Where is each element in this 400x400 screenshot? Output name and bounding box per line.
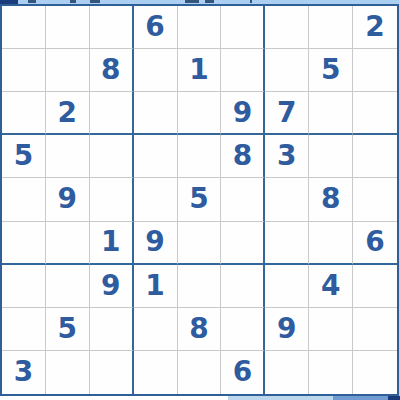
cell-r9c1[interactable]: 3 — [2, 351, 46, 394]
cell-r9c2[interactable] — [46, 351, 90, 394]
cell-r3c3[interactable] — [90, 92, 134, 135]
cell-r6c3[interactable]: 1 — [90, 222, 134, 265]
cell-r6c9[interactable]: 6 — [353, 222, 397, 265]
cell-r4c8[interactable] — [309, 135, 353, 178]
cell-r8c6[interactable] — [221, 308, 265, 351]
cell-r6c8[interactable] — [309, 222, 353, 265]
cell-r6c1[interactable] — [2, 222, 46, 265]
cell-r7c7[interactable] — [265, 265, 309, 308]
cell-r4c3[interactable] — [90, 135, 134, 178]
cell-r1c8[interactable] — [309, 6, 353, 49]
cell-r9c3[interactable] — [90, 351, 134, 394]
cell-r3c6[interactable]: 9 — [221, 92, 265, 135]
cell-r2c4[interactable] — [134, 49, 178, 92]
cell-r2c9[interactable] — [353, 49, 397, 92]
cell-r8c2[interactable]: 5 — [46, 308, 90, 351]
cell-r5c2[interactable]: 9 — [46, 178, 90, 221]
cell-r7c6[interactable] — [221, 265, 265, 308]
cell-r8c4[interactable] — [134, 308, 178, 351]
cell-r7c3[interactable]: 9 — [90, 265, 134, 308]
cell-r1c5[interactable] — [178, 6, 222, 49]
cell-r2c2[interactable] — [46, 49, 90, 92]
sudoku-grid: 6281529758395819691458936 — [0, 4, 399, 396]
cell-r8c5[interactable]: 8 — [178, 308, 222, 351]
cell-r4c7[interactable]: 3 — [265, 135, 309, 178]
cell-r5c3[interactable] — [90, 178, 134, 221]
cell-r2c8[interactable]: 5 — [309, 49, 353, 92]
cell-r5c9[interactable] — [353, 178, 397, 221]
cell-r3c7[interactable]: 7 — [265, 92, 309, 135]
cell-r1c4[interactable]: 6 — [134, 6, 178, 49]
cell-r3c1[interactable] — [2, 92, 46, 135]
sudoku-page: 6281529758395819691458936 — [0, 0, 400, 400]
cell-r2c7[interactable] — [265, 49, 309, 92]
cell-r8c7[interactable]: 9 — [265, 308, 309, 351]
cell-r8c8[interactable] — [309, 308, 353, 351]
cell-r9c6[interactable]: 6 — [221, 351, 265, 394]
bottom-chrome-sliver — [0, 396, 400, 400]
cell-r5c7[interactable] — [265, 178, 309, 221]
cell-r7c4[interactable]: 1 — [134, 265, 178, 308]
cell-r9c9[interactable] — [353, 351, 397, 394]
cell-r9c4[interactable] — [134, 351, 178, 394]
cell-r2c3[interactable]: 8 — [90, 49, 134, 92]
cell-r1c6[interactable] — [221, 6, 265, 49]
cell-r1c2[interactable] — [46, 6, 90, 49]
cell-r7c2[interactable] — [46, 265, 90, 308]
chrome-mark — [28, 0, 36, 3]
cell-r3c2[interactable]: 2 — [46, 92, 90, 135]
cell-r4c4[interactable] — [134, 135, 178, 178]
cell-r8c3[interactable] — [90, 308, 134, 351]
chrome-mark — [90, 0, 100, 3]
chrome-mark — [205, 0, 214, 3]
cell-r6c5[interactable] — [178, 222, 222, 265]
cell-r2c1[interactable] — [2, 49, 46, 92]
cell-r7c1[interactable] — [2, 265, 46, 308]
cell-r8c9[interactable] — [353, 308, 397, 351]
chrome-mark — [70, 0, 76, 3]
cell-r8c1[interactable] — [2, 308, 46, 351]
cell-r4c9[interactable] — [353, 135, 397, 178]
cell-r2c6[interactable] — [221, 49, 265, 92]
cell-r3c4[interactable] — [134, 92, 178, 135]
cell-r4c2[interactable] — [46, 135, 90, 178]
cell-r9c5[interactable] — [178, 351, 222, 394]
chrome-segment-dark — [388, 396, 400, 400]
cell-r4c1[interactable]: 5 — [2, 135, 46, 178]
cell-r5c4[interactable] — [134, 178, 178, 221]
cell-r1c1[interactable] — [2, 6, 46, 49]
cell-r3c5[interactable] — [178, 92, 222, 135]
cell-r6c7[interactable] — [265, 222, 309, 265]
cell-r7c8[interactable]: 4 — [309, 265, 353, 308]
cell-r4c5[interactable] — [178, 135, 222, 178]
cell-r5c6[interactable] — [221, 178, 265, 221]
cell-r9c8[interactable] — [309, 351, 353, 394]
cell-r2c5[interactable]: 1 — [178, 49, 222, 92]
chrome-mark — [250, 0, 252, 3]
cell-r7c5[interactable] — [178, 265, 222, 308]
cell-r1c7[interactable] — [265, 6, 309, 49]
cell-r6c4[interactable]: 9 — [134, 222, 178, 265]
chrome-segment-mid — [333, 396, 388, 400]
cell-r5c5[interactable]: 5 — [178, 178, 222, 221]
chrome-segment-light — [228, 396, 333, 400]
cell-r1c9[interactable]: 2 — [353, 6, 397, 49]
cell-r6c2[interactable] — [46, 222, 90, 265]
cell-r5c1[interactable] — [2, 178, 46, 221]
chrome-mark — [185, 0, 199, 3]
cell-r7c9[interactable] — [353, 265, 397, 308]
cell-r4c6[interactable]: 8 — [221, 135, 265, 178]
cell-r3c9[interactable] — [353, 92, 397, 135]
cell-r9c7[interactable] — [265, 351, 309, 394]
cell-r5c8[interactable]: 8 — [309, 178, 353, 221]
cell-r6c6[interactable] — [221, 222, 265, 265]
cell-r1c3[interactable] — [90, 6, 134, 49]
cell-r3c8[interactable] — [309, 92, 353, 135]
